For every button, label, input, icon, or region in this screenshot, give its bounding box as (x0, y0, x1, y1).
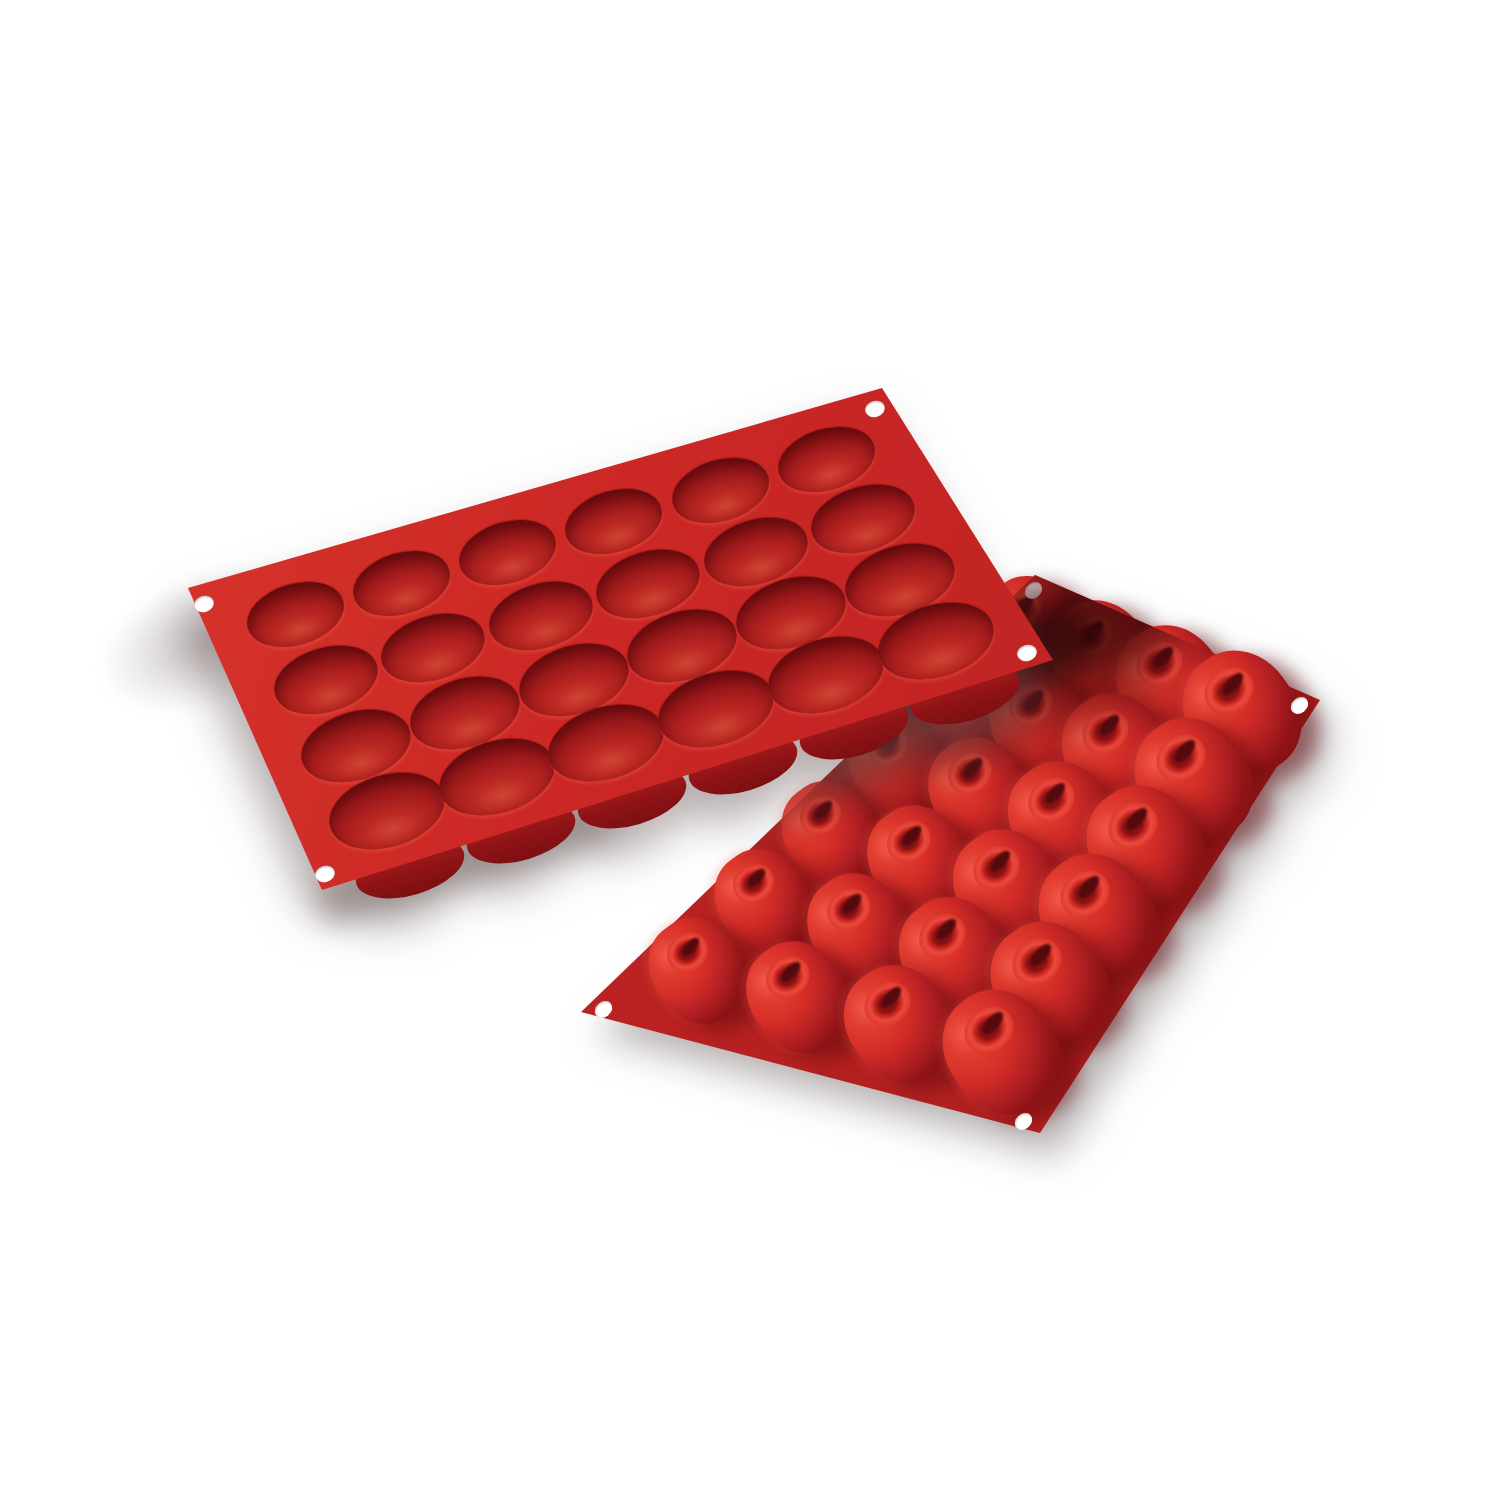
bump-dimple-ring (900, 894, 986, 978)
bump-dimple-hole (1082, 618, 1107, 644)
oval-cavity (320, 760, 454, 863)
oval-cavity (452, 509, 565, 595)
cavity-back-bump (696, 832, 834, 973)
bump-dimple-ring (944, 986, 1035, 1074)
cavity-back-bulge (571, 757, 694, 841)
cavity-back-bulge (349, 826, 472, 910)
corner-hanging-hole (1288, 693, 1312, 717)
bump-dimple-hole (839, 891, 864, 917)
bump-dimple-hole (1171, 737, 1199, 766)
product-photo-stage (0, 0, 1500, 1500)
oval-cavity (588, 538, 708, 630)
bump-dimple-ring (649, 915, 726, 990)
cavity-back-bump (987, 741, 1141, 899)
cavity-back-bump (848, 786, 994, 936)
silicone-mold-cavity-side (0, 0, 1500, 1500)
bump-dimple-ring (808, 870, 889, 949)
cavity-back-bump (1041, 673, 1195, 831)
oval-cavity (345, 540, 458, 626)
corner-hanging-hole (313, 863, 337, 884)
bump-dimple-hole (1042, 780, 1069, 808)
oval-cavity (430, 726, 564, 829)
contact-shadow-band (620, 548, 1161, 843)
bump-dimple-hole (1123, 805, 1151, 834)
bump-dimple-hole (779, 959, 804, 985)
bump-dimple-ring (1088, 782, 1179, 870)
cavity-back-bump (830, 695, 968, 836)
bump-dimple-hole (879, 729, 903, 754)
bump-dimple-ring (992, 918, 1083, 1006)
bump-dimple-hole (1096, 712, 1123, 740)
cavity-layer (0, 0, 1500, 1500)
bump-dimple-ring (1184, 646, 1275, 734)
cavity-back-bulge (460, 792, 583, 876)
bump-dimple-hole (946, 661, 970, 686)
oval-cavity (869, 590, 1003, 693)
cavity-back-bump (897, 626, 1035, 767)
ground-shadow-left-corner (80, 540, 341, 741)
oval-cavity (728, 565, 855, 662)
bump-dimple-hole (979, 1009, 1007, 1038)
oval-cavity (293, 697, 420, 794)
bump-dimple-hole (1013, 592, 1037, 617)
cavity-back-bump (629, 900, 767, 1041)
cavity-back-bump (1017, 833, 1180, 1000)
contact-shadow-band (610, 605, 1094, 800)
bump-dimple-hole (1075, 873, 1103, 902)
bump-dimple-ring (845, 962, 931, 1046)
corner-hanging-hole (193, 593, 217, 614)
bump-dimple-hole (1150, 644, 1177, 672)
oval-cavity (540, 692, 674, 795)
bump-dimple-ring (1040, 850, 1131, 938)
bump-dimple-ring (1136, 714, 1227, 802)
oval-cavity (619, 598, 746, 695)
oval-cavity (510, 631, 637, 728)
corner-hanging-hole (1012, 1109, 1036, 1133)
bump-dimple-hole (933, 916, 960, 944)
bump-dimple-ring (954, 826, 1040, 910)
mold-sheet-bottom (0, 0, 1500, 1500)
cavity-back-bump (1065, 765, 1228, 932)
bump-dimple-hole (1021, 686, 1046, 712)
bump-dimple-hole (987, 848, 1014, 876)
oval-cavity (239, 571, 352, 657)
bump-dimple-ring (1008, 758, 1094, 842)
cavity-back-bulge (903, 652, 1026, 736)
bump-dimple-ring (747, 938, 828, 1017)
cavity-back-bump (763, 763, 901, 904)
mold-sheet-top (0, 0, 1500, 1500)
cavity-back-bump (1030, 582, 1176, 732)
corner-hanging-hole (863, 399, 887, 420)
oval-cavity (266, 634, 386, 726)
bump-layer (0, 0, 1500, 1500)
cavity-back-bump (921, 969, 1084, 1136)
bump-dimple-hole (812, 797, 836, 822)
oval-cavity (664, 447, 777, 533)
bump-dimple-ring (929, 734, 1010, 813)
bump-dimple-ring (1117, 622, 1203, 706)
oval-cavity (373, 602, 493, 694)
contact-shadow-band (945, 562, 1197, 707)
cavity-back-bump (1095, 605, 1249, 763)
bump-dimple-hole (879, 984, 906, 1012)
cavity-back-bump (969, 901, 1132, 1068)
corner-hanging-hole (1015, 643, 1039, 664)
cavity-back-bump (1161, 629, 1324, 796)
cavity-back-bump (1113, 697, 1276, 864)
bump-dimple-ring (783, 778, 860, 853)
bump-dimple-ring (716, 846, 793, 921)
cavity-back-bulge (682, 722, 805, 806)
bump-dimple-ring (1050, 597, 1131, 676)
bump-dimple-hole (1219, 669, 1247, 698)
cavity-back-bump (908, 718, 1054, 868)
bump-dimple-hole (900, 823, 925, 849)
cavity-back-bump (932, 810, 1086, 968)
corner-hanging-hole (1022, 578, 1046, 602)
bump-dimple-ring (849, 710, 926, 785)
cavity-back-bump (787, 855, 933, 1005)
bump-dimple-hole (1027, 941, 1055, 970)
bump-dimple-hole (960, 754, 985, 780)
oval-cavity (481, 570, 601, 662)
oval-cavity (836, 532, 963, 629)
cavity-back-bump (727, 923, 873, 1073)
oval-cavity (696, 506, 816, 598)
oval-cavity (770, 416, 883, 502)
bump-dimple-hole (745, 866, 769, 891)
oval-cavity (759, 624, 893, 727)
oval-cavity (402, 664, 529, 761)
bump-dimple-ring (916, 641, 993, 716)
oval-cavity (650, 658, 784, 761)
corner-hanging-hole (592, 998, 616, 1022)
silicone-mold-flipped-back-side (0, 0, 1500, 1500)
bump-dimple-ring (868, 802, 949, 881)
oval-cavity (803, 474, 923, 566)
cavity-back-bump (824, 946, 978, 1104)
scallop-layer (0, 0, 1500, 1500)
oval-cavity (558, 478, 671, 564)
cavity-back-bump (964, 558, 1102, 699)
bump-dimple-ring (983, 573, 1060, 648)
cast-shadow-on-flipped-mold (0, 0, 1500, 1500)
cavity-back-bulge (792, 687, 915, 771)
ground-shadow-bottom-edge (315, 797, 614, 925)
cavity-back-bump (878, 878, 1032, 1036)
cavity-back-bump (969, 650, 1115, 800)
bump-dimple-ring (990, 666, 1071, 745)
bump-dimple-ring (1063, 690, 1149, 774)
bump-dimple-hole (678, 934, 702, 959)
